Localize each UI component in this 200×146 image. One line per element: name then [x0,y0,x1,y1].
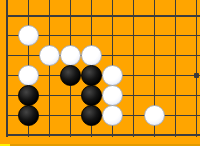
white-stone[interactable] [81,45,102,66]
scrollbar-track [0,144,200,146]
white-stone[interactable] [144,105,165,126]
white-stone[interactable] [60,45,81,66]
white-stone[interactable] [102,65,123,86]
white-stone[interactable] [18,65,39,86]
white-stone[interactable] [18,25,39,46]
grid-vline [175,0,176,137]
black-stone[interactable] [18,85,39,106]
board-bottom-edge-line [6,134,200,136]
scrollbar-thumb[interactable] [0,144,10,146]
black-stone[interactable] [81,65,102,86]
black-stone[interactable] [60,65,81,86]
black-stone[interactable] [81,105,102,126]
white-stone[interactable] [102,105,123,126]
white-stone[interactable] [102,85,123,106]
star-point-K4 [194,73,199,78]
go-problem-screenshot [0,0,200,146]
grid-hline [6,55,200,56]
white-stone[interactable] [39,45,60,66]
grid-hline [6,15,200,17]
grid-vline [49,0,50,137]
black-stone[interactable] [18,105,39,126]
go-board[interactable] [0,0,200,146]
grid-vline [133,0,134,137]
black-stone[interactable] [81,85,102,106]
grid-vline [196,0,197,137]
board-left-edge-line [6,0,8,137]
